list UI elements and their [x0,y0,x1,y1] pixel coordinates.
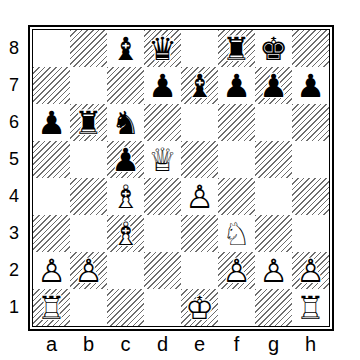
square-c2[interactable] [107,252,144,289]
square-d4[interactable] [144,178,181,215]
piece-white-fill-layer: ♜ [33,289,70,326]
piece-black-queen: ♛ [144,30,181,67]
file-label-d: d [144,333,181,358]
square-h2[interactable]: ♟♙ [292,252,329,289]
square-g5[interactable] [255,141,292,178]
square-f8[interactable]: ♜ [218,30,255,67]
chess-board-inner-border: ♝♛♜♚♟♝♟♟♟♟♜♞♟♛♕♝♗♟♙♝♗♞♘♟♙♟♙♟♙♟♙♟♙♜♖♚♔♜♖ [32,29,330,327]
piece-white-queen: ♕ [144,141,181,178]
square-f3[interactable]: ♞♘ [218,215,255,252]
piece-white-fill-layer: ♝ [107,215,144,252]
square-b6[interactable]: ♜ [70,104,107,141]
square-b4[interactable] [70,178,107,215]
square-f2[interactable]: ♟♙ [218,252,255,289]
rank-label-1: 1 [3,289,25,326]
square-a3[interactable] [33,215,70,252]
piece-white-pawn: ♙ [255,252,292,289]
piece-white-fill-layer: ♝ [107,178,144,215]
square-d8[interactable]: ♛ [144,30,181,67]
square-a5[interactable] [33,141,70,178]
piece-white-fill-layer: ♚ [181,289,218,326]
file-label-h: h [292,333,329,358]
piece-white-fill-layer: ♟ [70,252,107,289]
square-a1[interactable]: ♜♖ [33,289,70,326]
piece-white-pawn: ♙ [181,178,218,215]
square-d7[interactable]: ♟ [144,67,181,104]
square-f6[interactable] [218,104,255,141]
piece-white-fill-layer: ♟ [33,252,70,289]
piece-white-bishop: ♗ [107,178,144,215]
file-label-e: e [181,333,218,358]
square-c8[interactable]: ♝ [107,30,144,67]
square-f1[interactable] [218,289,255,326]
piece-black-pawn: ♟ [218,67,255,104]
chess-board-frame: ♝♛♜♚♟♝♟♟♟♟♜♞♟♛♕♝♗♟♙♝♗♞♘♟♙♟♙♟♙♟♙♟♙♜♖♚♔♜♖ [28,25,334,331]
piece-white-fill-layer: ♜ [292,289,329,326]
piece-black-rook: ♜ [218,30,255,67]
square-a7[interactable] [33,67,70,104]
square-g3[interactable] [255,215,292,252]
rank-label-7: 7 [3,67,25,104]
square-h6[interactable] [292,104,329,141]
square-e5[interactable] [181,141,218,178]
square-d3[interactable] [144,215,181,252]
square-h7[interactable]: ♟ [292,67,329,104]
square-b2[interactable]: ♟♙ [70,252,107,289]
square-e3[interactable] [181,215,218,252]
square-f7[interactable]: ♟ [218,67,255,104]
square-c6[interactable]: ♞ [107,104,144,141]
file-label-f: f [218,333,255,358]
piece-white-rook: ♖ [33,289,70,326]
square-e8[interactable] [181,30,218,67]
piece-black-pawn: ♟ [292,67,329,104]
piece-black-pawn: ♟ [33,104,70,141]
square-a6[interactable]: ♟ [33,104,70,141]
file-labels: abcdefgh [33,333,329,358]
square-c7[interactable] [107,67,144,104]
piece-white-fill-layer: ♟ [292,252,329,289]
piece-white-pawn: ♙ [33,252,70,289]
piece-black-pawn: ♟ [255,67,292,104]
square-h5[interactable] [292,141,329,178]
piece-white-fill-layer: ♟ [181,178,218,215]
square-d1[interactable] [144,289,181,326]
piece-black-bishop: ♝ [181,67,218,104]
square-c1[interactable] [107,289,144,326]
piece-white-fill-layer: ♟ [255,252,292,289]
rank-label-5: 5 [3,141,25,178]
square-b5[interactable] [70,141,107,178]
square-f4[interactable] [218,178,255,215]
rank-label-2: 2 [3,252,25,289]
rank-label-3: 3 [3,215,25,252]
piece-black-rook: ♜ [70,104,107,141]
square-b3[interactable] [70,215,107,252]
file-label-c: c [107,333,144,358]
square-a2[interactable]: ♟♙ [33,252,70,289]
piece-black-knight: ♞ [107,104,144,141]
square-g6[interactable] [255,104,292,141]
square-c3[interactable]: ♝♗ [107,215,144,252]
file-label-b: b [70,333,107,358]
square-h8[interactable] [292,30,329,67]
square-a8[interactable] [33,30,70,67]
square-c5[interactable]: ♟ [107,141,144,178]
rank-label-4: 4 [3,178,25,215]
chess-board-grid: ♝♛♜♚♟♝♟♟♟♟♜♞♟♛♕♝♗♟♙♝♗♞♘♟♙♟♙♟♙♟♙♟♙♜♖♚♔♜♖ [33,30,329,326]
square-b7[interactable] [70,67,107,104]
square-e2[interactable] [181,252,218,289]
piece-white-pawn: ♙ [218,252,255,289]
piece-black-king: ♚ [255,30,292,67]
square-g1[interactable] [255,289,292,326]
square-e1[interactable]: ♚♔ [181,289,218,326]
square-g8[interactable]: ♚ [255,30,292,67]
piece-white-knight: ♘ [218,215,255,252]
piece-black-bishop: ♝ [107,30,144,67]
piece-black-pawn: ♟ [107,141,144,178]
square-g4[interactable] [255,178,292,215]
square-d2[interactable] [144,252,181,289]
square-f5[interactable] [218,141,255,178]
square-g2[interactable]: ♟♙ [255,252,292,289]
piece-white-fill-layer: ♟ [218,252,255,289]
square-e7[interactable]: ♝ [181,67,218,104]
piece-black-pawn: ♟ [144,67,181,104]
square-b8[interactable] [70,30,107,67]
square-e4[interactable]: ♟♙ [181,178,218,215]
piece-white-rook: ♖ [292,289,329,326]
piece-white-fill-layer: ♞ [218,215,255,252]
square-h3[interactable] [292,215,329,252]
square-b1[interactable] [70,289,107,326]
file-label-a: a [33,333,70,358]
square-d6[interactable] [144,104,181,141]
chess-diagram-page: ♝♛♜♚♟♝♟♟♟♟♜♞♟♛♕♝♗♟♙♝♗♞♘♟♙♟♙♟♙♟♙♟♙♜♖♚♔♜♖ … [0,0,360,360]
square-c4[interactable]: ♝♗ [107,178,144,215]
square-g7[interactable]: ♟ [255,67,292,104]
rank-label-6: 6 [3,104,25,141]
piece-white-fill-layer: ♛ [144,141,181,178]
square-a4[interactable] [33,178,70,215]
file-label-g: g [255,333,292,358]
piece-white-pawn: ♙ [292,252,329,289]
piece-white-pawn: ♙ [70,252,107,289]
square-h1[interactable]: ♜♖ [292,289,329,326]
rank-label-8: 8 [3,30,25,67]
square-e6[interactable] [181,104,218,141]
rank-labels: 87654321 [3,30,25,326]
square-h4[interactable] [292,178,329,215]
square-d5[interactable]: ♛♕ [144,141,181,178]
piece-white-bishop: ♗ [107,215,144,252]
piece-white-king: ♔ [181,289,218,326]
